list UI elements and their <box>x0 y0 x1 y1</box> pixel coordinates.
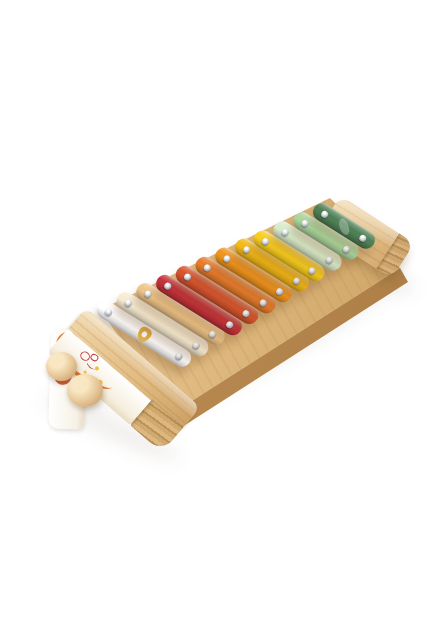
key-pin <box>202 263 212 273</box>
key-pin <box>163 281 173 291</box>
key-pin <box>275 287 285 297</box>
key-pin <box>174 351 184 361</box>
key-pin <box>241 308 251 318</box>
key-pin <box>342 244 352 254</box>
key-pin <box>222 254 232 264</box>
key-pin <box>325 255 335 265</box>
key-pin <box>191 340 201 350</box>
green-key-leaf-mark <box>337 217 351 236</box>
key-pin <box>308 265 318 275</box>
key-pin <box>358 233 368 243</box>
key-pin <box>242 245 252 255</box>
key-pin <box>143 289 153 299</box>
key-pin <box>261 236 271 246</box>
key-pin <box>124 298 134 308</box>
mallet-2-head <box>67 374 103 407</box>
key-pin <box>258 298 268 308</box>
key-pin <box>225 319 235 329</box>
key-pin <box>292 276 302 286</box>
key-pin <box>183 272 193 282</box>
key-pin <box>320 209 330 219</box>
key-pin <box>301 218 311 228</box>
key-pin <box>104 307 114 317</box>
mallet-1-head <box>46 352 77 381</box>
key-pin <box>208 330 218 340</box>
product-photo-canvas: { "game": "none — not a board game; over… <box>0 0 444 640</box>
key-pin <box>281 227 291 237</box>
